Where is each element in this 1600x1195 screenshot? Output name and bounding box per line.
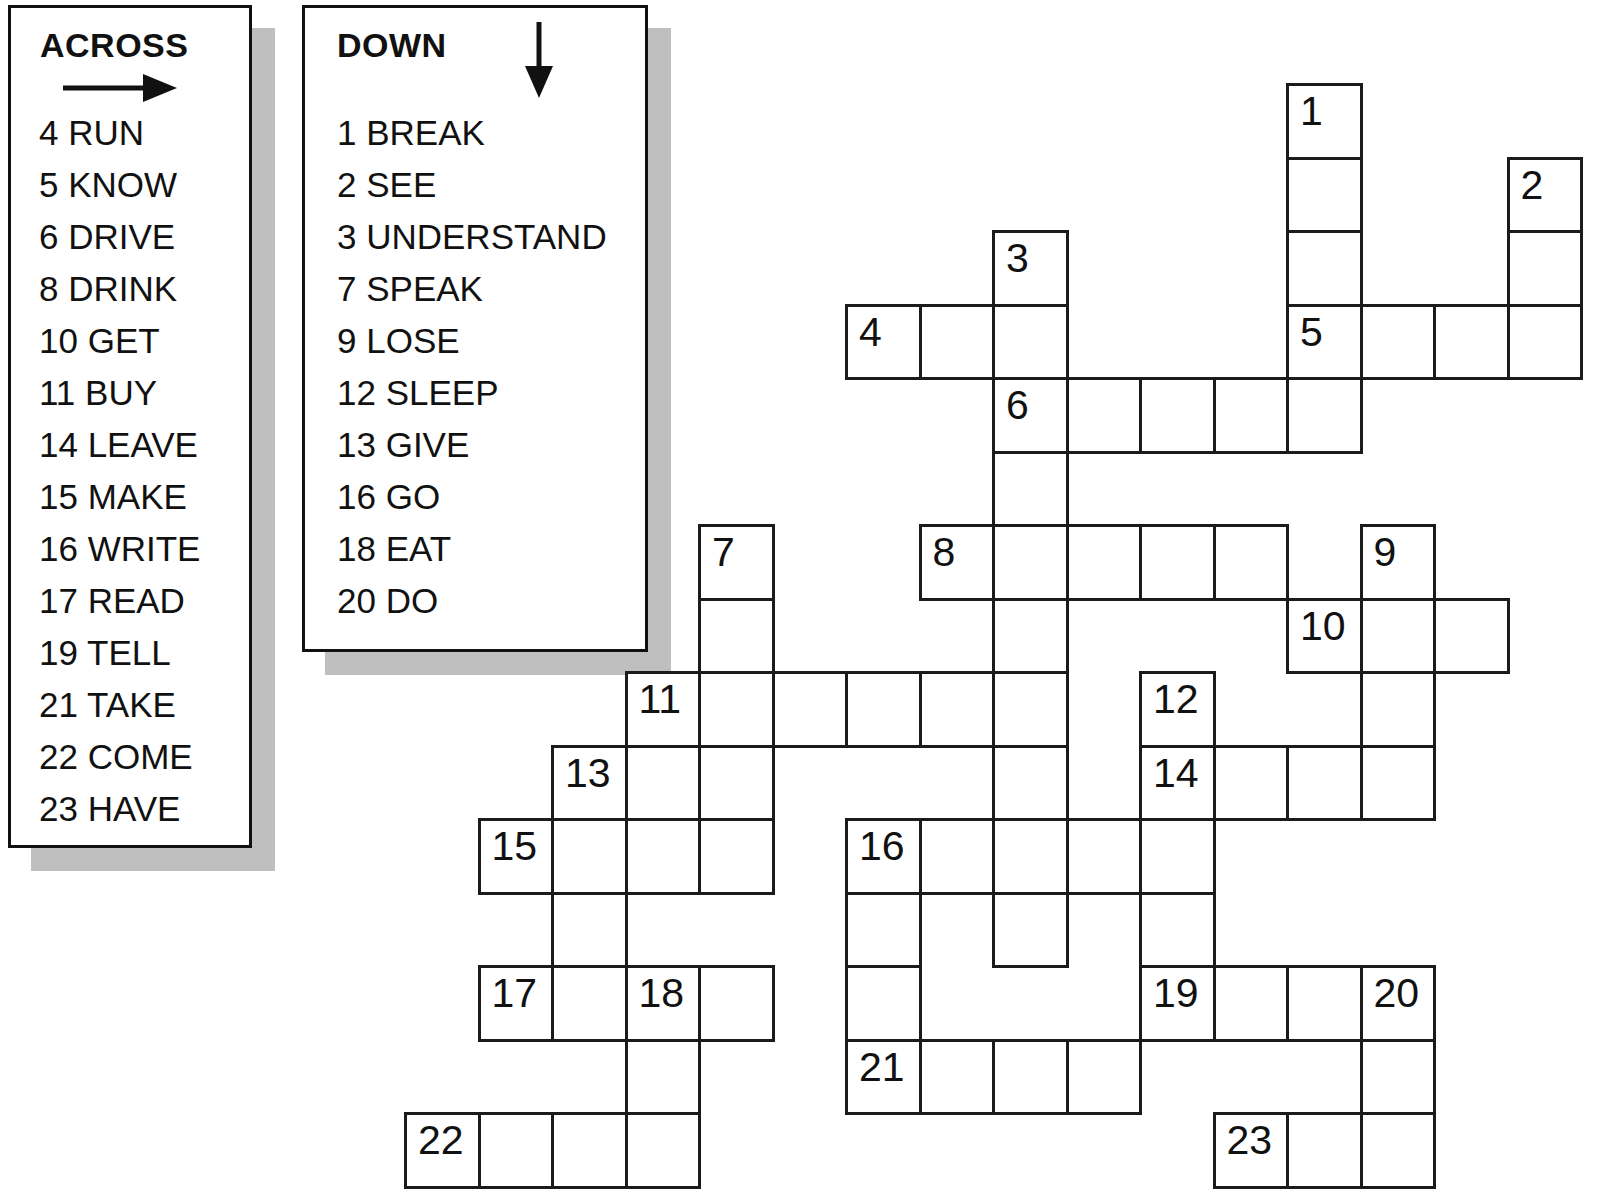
- grid-cell-r12c13[interactable]: 20: [1360, 965, 1437, 1042]
- cell-number-18: 18: [628, 968, 699, 1017]
- grid-cell-r7c12[interactable]: 10: [1286, 598, 1363, 675]
- grid-cell-r13c9[interactable]: [1066, 1039, 1143, 1116]
- grid-cell-r3c13[interactable]: [1360, 304, 1437, 381]
- grid-cell-r14c0[interactable]: 22: [404, 1112, 481, 1189]
- cell-number-20: 20: [1363, 968, 1434, 1017]
- cell-number-6: 6: [995, 380, 1066, 429]
- grid-cell-r2c12[interactable]: [1286, 230, 1363, 307]
- grid-cell-r4c9[interactable]: [1066, 377, 1143, 454]
- grid-cell-r3c7[interactable]: [919, 304, 996, 381]
- grid-cell-r3c8[interactable]: [992, 304, 1069, 381]
- grid-cell-r9c4[interactable]: [698, 745, 775, 822]
- grid-cell-r9c2[interactable]: 13: [551, 745, 628, 822]
- cell-number-1: 1: [1289, 86, 1360, 135]
- cell-number-16: 16: [848, 821, 919, 870]
- grid-cell-r4c11[interactable]: [1213, 377, 1290, 454]
- grid-cell-r12c4[interactable]: [698, 965, 775, 1042]
- grid-cell-r10c6[interactable]: 16: [845, 818, 922, 895]
- grid-cell-r6c4[interactable]: 7: [698, 524, 775, 601]
- grid-cell-r6c11[interactable]: [1213, 524, 1290, 601]
- grid-cell-r9c8[interactable]: [992, 745, 1069, 822]
- cell-number-11: 11: [628, 674, 699, 723]
- grid-cell-r7c14[interactable]: [1433, 598, 1510, 675]
- grid-cell-r10c8[interactable]: [992, 818, 1069, 895]
- grid-cell-r6c13[interactable]: 9: [1360, 524, 1437, 601]
- grid-cell-r13c3[interactable]: [625, 1039, 702, 1116]
- grid-cell-r6c7[interactable]: 8: [919, 524, 996, 601]
- grid-cell-r2c15[interactable]: [1507, 230, 1584, 307]
- cell-number-15: 15: [481, 821, 552, 870]
- cell-number-3: 3: [995, 233, 1066, 282]
- grid-cell-r11c2[interactable]: [551, 892, 628, 969]
- grid-cell-r10c4[interactable]: [698, 818, 775, 895]
- grid-cell-r12c3[interactable]: 18: [625, 965, 702, 1042]
- cell-number-13: 13: [554, 748, 625, 797]
- grid-cell-r6c10[interactable]: [1139, 524, 1216, 601]
- grid-cell-r9c3[interactable]: [625, 745, 702, 822]
- grid-cell-r6c8[interactable]: [992, 524, 1069, 601]
- cell-number-19: 19: [1142, 968, 1213, 1017]
- grid-cell-r14c3[interactable]: [625, 1112, 702, 1189]
- grid-cell-r10c1[interactable]: 15: [478, 818, 555, 895]
- grid-cell-r13c7[interactable]: [919, 1039, 996, 1116]
- grid-cell-r12c1[interactable]: 17: [478, 965, 555, 1042]
- grid-cell-r8c3[interactable]: 11: [625, 671, 702, 748]
- grid-cell-r14c1[interactable]: [478, 1112, 555, 1189]
- grid-cell-r4c12[interactable]: [1286, 377, 1363, 454]
- cell-number-14: 14: [1142, 748, 1213, 797]
- grid-cell-r10c2[interactable]: [551, 818, 628, 895]
- cell-number-4: 4: [848, 307, 919, 356]
- cell-number-9: 9: [1363, 527, 1434, 576]
- cell-number-17: 17: [481, 968, 552, 1017]
- grid-cell-r14c13[interactable]: [1360, 1112, 1437, 1189]
- grid-cell-r12c10[interactable]: 19: [1139, 965, 1216, 1042]
- cell-number-22: 22: [407, 1115, 478, 1164]
- grid-cell-r4c10[interactable]: [1139, 377, 1216, 454]
- grid-cell-r14c2[interactable]: [551, 1112, 628, 1189]
- grid-cell-r8c13[interactable]: [1360, 671, 1437, 748]
- grid-cell-r9c11[interactable]: [1213, 745, 1290, 822]
- grid-cell-r8c4[interactable]: [698, 671, 775, 748]
- grid-cell-r8c7[interactable]: [919, 671, 996, 748]
- grid-cell-r8c5[interactable]: [772, 671, 849, 748]
- grid-cell-r10c10[interactable]: [1139, 818, 1216, 895]
- grid-cell-r3c12[interactable]: 5: [1286, 304, 1363, 381]
- cell-number-21: 21: [848, 1042, 919, 1091]
- grid-cell-r14c12[interactable]: [1286, 1112, 1363, 1189]
- grid-cell-r10c9[interactable]: [1066, 818, 1143, 895]
- grid-cell-r4c8[interactable]: 6: [992, 377, 1069, 454]
- crossword-grid: 1234567891011121314151617181920212223: [0, 0, 1600, 1195]
- grid-cell-r11c6[interactable]: [845, 892, 922, 969]
- grid-cell-r10c7[interactable]: [919, 818, 996, 895]
- cell-number-23: 23: [1216, 1115, 1287, 1164]
- grid-cell-r8c10[interactable]: 12: [1139, 671, 1216, 748]
- grid-cell-r3c15[interactable]: [1507, 304, 1584, 381]
- grid-cell-r12c11[interactable]: [1213, 965, 1290, 1042]
- cell-number-2: 2: [1510, 160, 1581, 209]
- cell-number-7: 7: [701, 527, 772, 576]
- grid-cell-r3c14[interactable]: [1433, 304, 1510, 381]
- grid-cell-r11c8[interactable]: [992, 892, 1069, 969]
- grid-cell-r12c2[interactable]: [551, 965, 628, 1042]
- cell-number-12: 12: [1142, 674, 1213, 723]
- grid-cell-r12c12[interactable]: [1286, 965, 1363, 1042]
- grid-cell-r9c10[interactable]: 14: [1139, 745, 1216, 822]
- grid-cell-r7c4[interactable]: [698, 598, 775, 675]
- grid-cell-r11c10[interactable]: [1139, 892, 1216, 969]
- grid-cell-r7c8[interactable]: [992, 598, 1069, 675]
- grid-cell-r3c6[interactable]: 4: [845, 304, 922, 381]
- grid-cell-r6c9[interactable]: [1066, 524, 1143, 601]
- grid-cell-r13c8[interactable]: [992, 1039, 1069, 1116]
- grid-cell-r9c13[interactable]: [1360, 745, 1437, 822]
- grid-cell-r1c15[interactable]: 2: [1507, 157, 1584, 234]
- grid-cell-r8c8[interactable]: [992, 671, 1069, 748]
- grid-cell-r9c12[interactable]: [1286, 745, 1363, 822]
- grid-cell-r0c12[interactable]: 1: [1286, 83, 1363, 160]
- grid-cell-r10c3[interactable]: [625, 818, 702, 895]
- cell-number-10: 10: [1289, 601, 1360, 650]
- grid-cell-r5c8[interactable]: [992, 451, 1069, 528]
- grid-cell-r13c6[interactable]: 21: [845, 1039, 922, 1116]
- grid-cell-r14c11[interactable]: 23: [1213, 1112, 1290, 1189]
- cell-number-8: 8: [922, 527, 993, 576]
- grid-cell-r7c13[interactable]: [1360, 598, 1437, 675]
- cell-number-5: 5: [1289, 307, 1360, 356]
- grid-cell-r13c13[interactable]: [1360, 1039, 1437, 1116]
- grid-cell-r8c6[interactable]: [845, 671, 922, 748]
- grid-cell-r1c12[interactable]: [1286, 157, 1363, 234]
- grid-cell-r2c8[interactable]: 3: [992, 230, 1069, 307]
- grid-cell-r12c6[interactable]: [845, 965, 922, 1042]
